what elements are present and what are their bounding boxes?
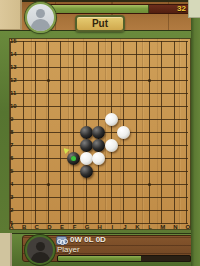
background-notch-top-left [0,0,22,30]
timer-bar: 32 [46,4,190,14]
player-name: Player [57,245,80,254]
record-text: 0W 0L 0D [70,235,106,244]
player-progress-fill [58,256,141,261]
opponent-avatar [25,2,56,33]
board-surface[interactable] [9,38,191,230]
timer-value: 32 [177,5,186,13]
background-notch-top-right [188,0,200,18]
right-frame [191,16,200,266]
gomoku-app: 151413121110987654321ABCDEFGHIJKLMNO 0W … [0,0,200,266]
record-badge-icon [56,236,67,245]
timer-fill [47,5,149,13]
person-silhouette-icon [36,242,45,251]
put-button[interactable]: Put [75,15,125,32]
person-silhouette-icon [36,9,45,18]
background-notch-bottom-left [0,233,12,266]
player-avatar [25,235,55,265]
player-progress-bar [57,255,191,262]
